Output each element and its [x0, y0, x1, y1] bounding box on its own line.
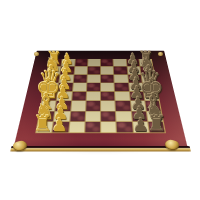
square-h5	[101, 121, 116, 132]
square-b1	[47, 66, 61, 73]
square-a3	[74, 59, 86, 66]
board-grid	[35, 58, 166, 132]
square-b5	[100, 66, 113, 73]
brass-rail	[10, 145, 191, 150]
board-scene	[0, 0, 200, 200]
square-a1	[48, 59, 61, 66]
square-b6	[114, 66, 127, 73]
square-g8	[146, 111, 162, 121]
square-f7	[130, 101, 145, 110]
square-e2	[56, 91, 70, 100]
square-f4	[85, 101, 99, 110]
square-g4	[85, 111, 100, 121]
chess-set-product-photo: ♜♞♝♛♚♝♞♜♟♟♟♟♟♟♟♟♟♟♟♟♟♟♟♟♜♞♝♛♚♝♞♜	[0, 0, 200, 200]
square-g7	[131, 111, 146, 121]
square-g2	[54, 111, 69, 121]
square-d2	[58, 82, 72, 90]
square-b8	[140, 66, 154, 73]
square-e7	[129, 91, 143, 100]
square-b2	[60, 66, 73, 73]
square-a6	[113, 59, 125, 66]
square-e1	[42, 91, 57, 100]
square-d3	[72, 82, 86, 90]
square-a4	[87, 59, 99, 66]
square-f1	[40, 101, 55, 110]
square-e6	[115, 91, 129, 100]
square-g1	[38, 111, 54, 121]
square-c7	[127, 74, 141, 82]
square-h1	[36, 121, 53, 132]
square-f8	[145, 101, 160, 110]
square-e4	[86, 91, 100, 100]
square-h4	[84, 121, 99, 132]
square-c8	[141, 74, 155, 82]
square-h7	[132, 121, 148, 132]
square-d8	[142, 82, 156, 90]
square-c6	[114, 74, 127, 82]
square-d4	[86, 82, 99, 90]
square-f6	[115, 101, 130, 110]
square-a2	[61, 59, 74, 66]
square-c2	[59, 74, 73, 82]
square-b4	[87, 66, 100, 73]
square-h6	[116, 121, 132, 132]
square-e8	[143, 91, 158, 100]
square-a5	[100, 59, 112, 66]
square-b3	[74, 66, 87, 73]
square-c4	[87, 74, 100, 82]
square-a7	[126, 59, 139, 66]
square-f3	[70, 101, 85, 110]
square-c5	[100, 74, 113, 82]
square-b7	[127, 66, 140, 73]
brass-foot-back-right	[158, 52, 163, 56]
square-d5	[100, 82, 113, 90]
square-h3	[68, 121, 84, 132]
chess-board	[13, 50, 187, 146]
square-d7	[128, 82, 142, 90]
square-d1	[44, 82, 58, 90]
square-g6	[116, 111, 131, 121]
brass-foot-back-left	[34, 52, 39, 56]
square-c3	[73, 74, 86, 82]
square-f2	[55, 101, 70, 110]
square-h2	[52, 121, 68, 132]
square-d6	[114, 82, 128, 90]
square-h8	[148, 121, 165, 132]
square-c1	[45, 74, 59, 82]
square-g3	[69, 111, 84, 121]
square-e3	[71, 91, 85, 100]
square-g5	[101, 111, 116, 121]
square-f5	[101, 101, 115, 110]
square-e5	[101, 91, 115, 100]
square-a8	[139, 59, 152, 66]
